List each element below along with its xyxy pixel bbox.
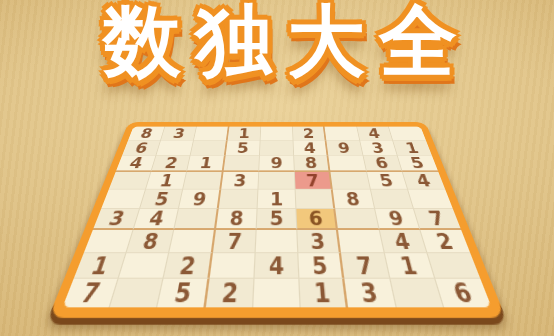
cell-r4c5[interactable] (258, 172, 295, 190)
digit: 1 (198, 155, 213, 170)
cell-r5c7[interactable]: 8 (333, 190, 375, 209)
cell-r9c7[interactable]: 3 (345, 279, 396, 307)
digit: 4 (304, 141, 317, 155)
cell-r2c4[interactable]: 5 (225, 141, 260, 156)
digit: 1 (398, 254, 419, 278)
digit: 3 (370, 141, 385, 155)
cell-r1c1[interactable]: 8 (128, 127, 165, 141)
digit: 3 (172, 127, 187, 140)
digit: 1 (404, 141, 421, 155)
cell-r3c2[interactable]: 2 (152, 156, 191, 172)
cell-r8c5[interactable]: 4 (254, 253, 299, 279)
digit: 8 (141, 230, 161, 251)
digit: 9 (337, 141, 351, 155)
cell-r7c5[interactable] (256, 230, 299, 253)
digit: 7 (306, 172, 320, 188)
cell-r8c2[interactable] (119, 253, 170, 279)
digit: 4 (269, 254, 285, 278)
cell-r1c2[interactable]: 3 (161, 127, 197, 141)
digit: 3 (233, 172, 247, 188)
digit: 2 (178, 254, 197, 278)
digit: 4 (414, 172, 432, 188)
digit: 2 (221, 280, 239, 306)
cell-r1c4[interactable]: 1 (227, 127, 261, 141)
digit: 8 (345, 190, 361, 208)
digit: 5 (409, 155, 426, 170)
cell-r8c6[interactable]: 5 (298, 253, 344, 279)
digit: 2 (163, 155, 179, 170)
digit: 1 (238, 127, 250, 140)
cell-r3c4[interactable] (223, 156, 260, 172)
cell-r6c7[interactable] (336, 209, 380, 230)
cell-r1c3[interactable] (194, 127, 229, 141)
cell-r7c9[interactable]: 2 (420, 230, 470, 253)
digit: 5 (311, 254, 328, 278)
digit: 7 (355, 254, 374, 278)
cell-r4c1[interactable] (109, 172, 152, 190)
cell-r3c8[interactable]: 6 (363, 156, 402, 172)
cell-r1c9[interactable] (389, 127, 426, 141)
cell-r6c6[interactable]: 6 (297, 209, 339, 230)
cell-r6c1[interactable]: 3 (93, 209, 140, 230)
digit: 6 (450, 280, 475, 306)
digit: 3 (359, 280, 380, 306)
digit: 2 (303, 127, 315, 140)
digit: 5 (153, 190, 171, 208)
cell-r6c5[interactable]: 5 (257, 209, 298, 230)
cell-r9c9[interactable]: 6 (435, 279, 491, 307)
cell-r8c7[interactable]: 7 (341, 253, 390, 279)
cell-r9c3[interactable]: 5 (158, 279, 209, 307)
cell-r3c7[interactable] (329, 156, 367, 172)
cell-r6c4[interactable]: 8 (216, 209, 258, 230)
cell-r2c7[interactable]: 9 (327, 141, 363, 156)
cell-r4c8[interactable]: 5 (367, 172, 408, 190)
cell-r7c1[interactable] (84, 230, 134, 253)
cell-r3c3[interactable]: 1 (187, 156, 225, 172)
digit: 4 (127, 155, 144, 170)
digit: 7 (226, 230, 242, 251)
cell-r4c2[interactable]: 1 (146, 172, 187, 190)
cell-r3c1[interactable]: 4 (116, 156, 157, 172)
cell-r1c5[interactable] (260, 127, 293, 141)
app-title: 数独大全 (0, 2, 554, 80)
digit: 4 (367, 127, 382, 140)
digit: 9 (270, 155, 282, 170)
digit: 3 (106, 209, 127, 228)
cell-r1c6[interactable]: 2 (293, 127, 327, 141)
cell-r9c6[interactable]: 1 (300, 279, 349, 307)
cell-r7c6[interactable]: 3 (297, 230, 341, 253)
digit: 3 (310, 230, 326, 251)
digit: 2 (434, 230, 456, 251)
cell-r7c8[interactable]: 4 (379, 230, 427, 253)
digit: 1 (158, 172, 175, 188)
digit: 1 (313, 280, 331, 306)
digit: 5 (172, 280, 193, 306)
sudoku-grid: 8312465493142198651375459183485697873421… (62, 127, 491, 308)
cell-r6c8[interactable]: 9 (375, 209, 421, 230)
cell-r3c9[interactable]: 5 (397, 156, 438, 172)
cell-r3c5[interactable]: 9 (259, 156, 295, 172)
cell-r4c4[interactable]: 3 (221, 172, 259, 190)
digit: 5 (236, 141, 249, 155)
digit: 8 (139, 127, 155, 140)
digit: 6 (133, 141, 150, 155)
cell-r1c8[interactable]: 4 (357, 127, 393, 141)
cell-r7c3[interactable] (170, 230, 216, 253)
digit: 1 (270, 190, 283, 208)
cell-r7c2[interactable]: 8 (127, 230, 175, 253)
cell-r6c2[interactable]: 4 (134, 209, 180, 230)
digit: 7 (78, 280, 103, 306)
cell-r1c7[interactable] (325, 127, 360, 141)
digit: 5 (269, 209, 283, 228)
board-frame: 8312465493142198651375459183485697873421… (48, 122, 506, 318)
cell-r7c4[interactable]: 7 (213, 230, 257, 253)
digit: 6 (374, 155, 390, 170)
digit: 9 (387, 209, 406, 228)
cell-r9c4[interactable]: 2 (205, 279, 254, 307)
cell-r4c6[interactable]: 7 (295, 172, 333, 190)
digit: 9 (191, 190, 207, 208)
digit: 8 (229, 209, 245, 228)
digit: 1 (88, 254, 112, 278)
cell-r9c2[interactable] (110, 279, 164, 307)
digit: 4 (392, 230, 412, 251)
digit: 4 (147, 209, 166, 228)
cell-r6c3[interactable] (175, 209, 219, 230)
cell-r8c3[interactable]: 2 (164, 253, 213, 279)
cell-r8c9[interactable] (427, 253, 480, 279)
cell-r5c3[interactable]: 9 (179, 190, 221, 209)
cell-r4c9[interactable]: 4 (402, 172, 445, 190)
digit: 5 (378, 172, 395, 188)
app-screen: 数独大全 83124654931421986513754591834856978… (0, 0, 554, 336)
digit: 8 (305, 155, 318, 170)
cell-r3c6[interactable]: 8 (294, 156, 331, 172)
cell-r4c3[interactable] (183, 172, 223, 190)
cell-r6c9[interactable]: 7 (414, 209, 461, 230)
digit: 7 (427, 209, 448, 228)
cell-r9c5[interactable] (253, 279, 301, 307)
cell-r4c7[interactable] (331, 172, 371, 190)
sudoku-board: 8312465493142198651375459183485697873421… (48, 122, 506, 318)
digit: 6 (308, 209, 323, 228)
cell-r8c4[interactable] (209, 253, 255, 279)
cell-r7c7[interactable] (338, 230, 384, 253)
